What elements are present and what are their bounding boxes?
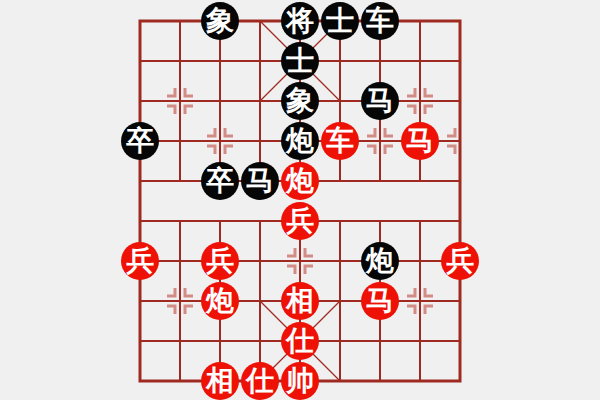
piece-red-pawn[interactable]: 兵: [281, 202, 319, 240]
piece-red-horse[interactable]: 马: [361, 282, 399, 320]
piece-red-elephant[interactable]: 相: [281, 282, 319, 320]
piece-red-pawn[interactable]: 兵: [441, 242, 479, 280]
piece-black-elephant[interactable]: 象: [201, 2, 239, 40]
piece-red-cannon[interactable]: 炮: [201, 282, 239, 320]
piece-black-horse[interactable]: 马: [361, 82, 399, 120]
piece-black-advisor[interactable]: 士: [321, 2, 359, 40]
piece-black-general[interactable]: 将: [281, 2, 319, 40]
piece-red-advisor[interactable]: 仕: [241, 362, 279, 400]
piece-red-pawn[interactable]: 兵: [201, 242, 239, 280]
piece-black-elephant[interactable]: 象: [281, 82, 319, 120]
piece-black-chariot[interactable]: 车: [361, 2, 399, 40]
xiangqi-screen: 象将士车士象马卒炮车马卒马炮兵兵兵炮兵炮相马仕相仕帅: [0, 0, 600, 400]
piece-black-pawn[interactable]: 卒: [201, 162, 239, 200]
piece-black-pawn[interactable]: 卒: [121, 122, 159, 160]
piece-red-pawn[interactable]: 兵: [121, 242, 159, 280]
piece-red-chariot[interactable]: 车: [321, 122, 359, 160]
piece-red-general[interactable]: 帅: [281, 362, 319, 400]
piece-black-advisor[interactable]: 士: [281, 42, 319, 80]
piece-black-cannon[interactable]: 炮: [361, 242, 399, 280]
piece-red-advisor[interactable]: 仕: [281, 322, 319, 360]
piece-red-elephant[interactable]: 相: [201, 362, 239, 400]
piece-black-cannon[interactable]: 炮: [281, 122, 319, 160]
piece-black-horse[interactable]: 马: [241, 162, 279, 200]
piece-red-cannon[interactable]: 炮: [281, 162, 319, 200]
piece-red-horse[interactable]: 马: [401, 122, 439, 160]
